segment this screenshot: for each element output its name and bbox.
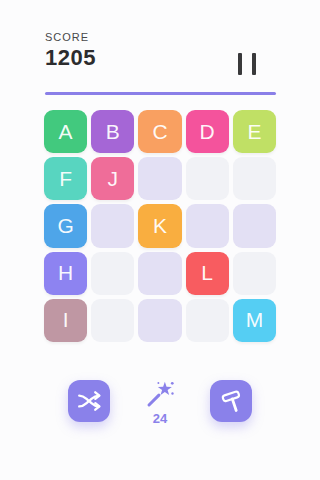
hammer-icon xyxy=(218,388,244,414)
wand-count: 24 xyxy=(153,411,167,426)
tile-M[interactable]: M xyxy=(233,299,276,342)
score-value: 1205 xyxy=(45,45,96,71)
hammer-button[interactable] xyxy=(210,380,252,422)
shuffle-button[interactable] xyxy=(68,380,110,422)
controls-bar: 24 xyxy=(0,380,320,426)
progress-bar xyxy=(45,92,276,95)
board: ABCDEFJGKHLIM xyxy=(44,110,276,342)
game-screen: SCORE 1205 ABCDEFJGKHLIM 24 xyxy=(0,0,320,480)
empty-cell xyxy=(186,204,229,247)
empty-cell xyxy=(91,299,134,342)
empty-cell xyxy=(186,157,229,200)
score-label: SCORE xyxy=(45,31,96,43)
empty-cell xyxy=(138,157,181,200)
tile-B[interactable]: B xyxy=(91,110,134,153)
tile-E[interactable]: E xyxy=(233,110,276,153)
magic-wand-icon xyxy=(146,380,174,408)
tile-I[interactable]: I xyxy=(44,299,87,342)
tile-A[interactable]: A xyxy=(44,110,87,153)
tile-F[interactable]: F xyxy=(44,157,87,200)
tile-D[interactable]: D xyxy=(186,110,229,153)
empty-cell xyxy=(91,252,134,295)
tile-L[interactable]: L xyxy=(186,252,229,295)
pause-button[interactable] xyxy=(238,53,256,75)
tile-H[interactable]: H xyxy=(44,252,87,295)
empty-cell xyxy=(186,299,229,342)
tile-J[interactable]: J xyxy=(91,157,134,200)
empty-cell xyxy=(91,204,134,247)
wand-button[interactable]: 24 xyxy=(146,380,174,426)
empty-cell xyxy=(233,157,276,200)
tile-G[interactable]: G xyxy=(44,204,87,247)
empty-cell xyxy=(233,204,276,247)
empty-cell xyxy=(138,252,181,295)
shuffle-icon xyxy=(76,388,102,414)
empty-cell xyxy=(233,252,276,295)
empty-cell xyxy=(138,299,181,342)
pause-icon xyxy=(238,53,242,75)
tile-C[interactable]: C xyxy=(138,110,181,153)
tile-K[interactable]: K xyxy=(138,204,181,247)
score-block: SCORE 1205 xyxy=(45,31,96,71)
pause-icon xyxy=(252,53,256,75)
